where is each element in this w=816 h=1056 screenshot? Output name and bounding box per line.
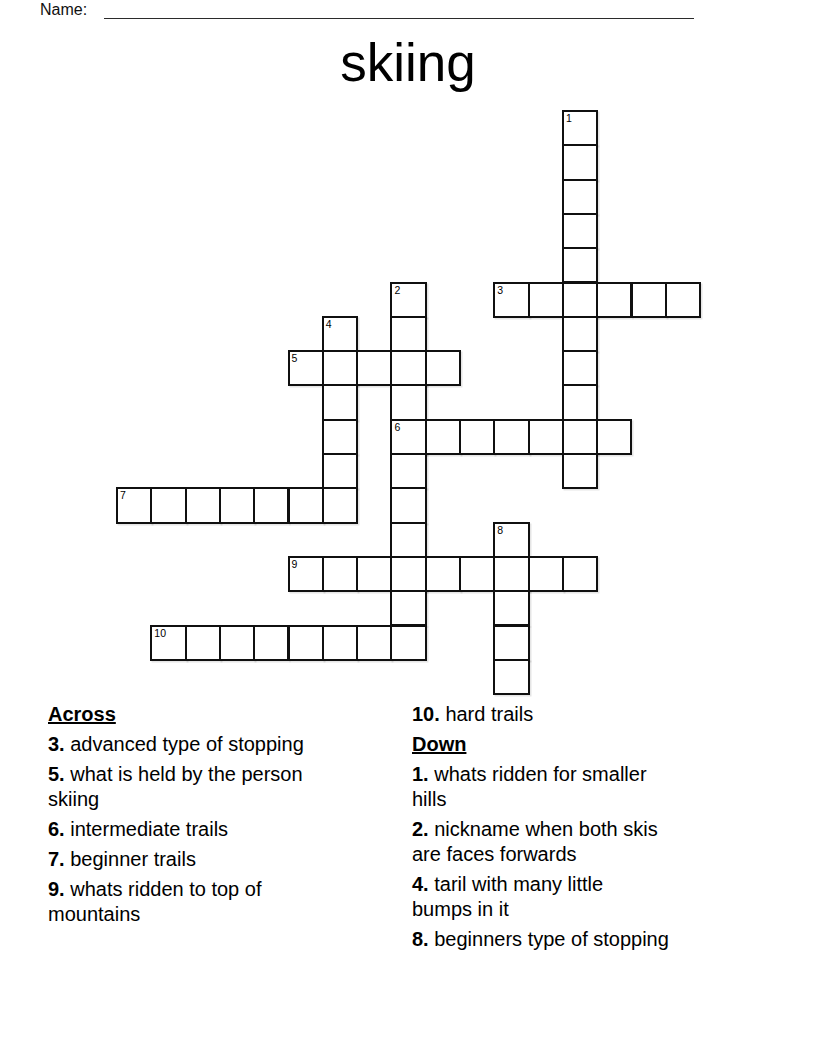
down-header: Down [412, 732, 764, 757]
clue-number: 9. [48, 878, 65, 900]
grid-cell[interactable] [185, 487, 221, 523]
clue-3-across: 3. advanced type of stopping [48, 732, 400, 757]
grid-cell[interactable] [562, 556, 598, 592]
grid-cell[interactable] [390, 487, 426, 523]
clue-number: 7. [48, 848, 65, 870]
name-label: Name: [40, 1, 87, 19]
grid-cell[interactable] [459, 556, 495, 592]
clue-5-across: 5. what is held by the person skiing [48, 762, 400, 812]
clue-text: beginners type of stopping [434, 928, 669, 950]
grid-cell[interactable] [493, 590, 529, 626]
clue-2-down: 2. nickname when both skis are faces for… [412, 817, 764, 867]
cell-number: 5 [292, 352, 298, 365]
clue-text: taril with many little bumps in it [412, 873, 603, 920]
clue-text: advanced type of stopping [70, 733, 304, 755]
grid-cell[interactable] [425, 350, 461, 386]
grid-cell[interactable]: 2 [390, 282, 426, 318]
grid-cell[interactable] [562, 316, 598, 352]
grid-cell[interactable] [185, 625, 221, 661]
clue-number: 1. [412, 763, 429, 785]
clue-8-down: 8. beginners type of stopping [412, 927, 764, 952]
grid-cell[interactable] [596, 282, 632, 318]
clue-text: intermediate trails [70, 818, 228, 840]
clue-text: what is held by the person skiing [48, 763, 303, 810]
grid-cell[interactable] [493, 659, 529, 695]
grid-cell[interactable] [322, 384, 358, 420]
cell-number: 6 [394, 421, 400, 434]
cell-number: 1 [566, 112, 572, 125]
grid-cell[interactable] [253, 625, 289, 661]
down-clues-column: 10. hard trails Down 1. whats ridden for… [412, 702, 764, 957]
grid-cell[interactable]: 8 [493, 522, 529, 558]
grid-cell[interactable] [562, 144, 598, 180]
grid-cell[interactable] [631, 282, 667, 318]
grid-cell[interactable] [425, 556, 461, 592]
clue-text: whats ridden for smaller hills [412, 763, 647, 810]
grid-cell[interactable] [562, 453, 598, 489]
page-title: skiing [0, 33, 816, 93]
clue-number: 3. [48, 733, 65, 755]
cell-number: 4 [326, 318, 332, 331]
grid-cell[interactable] [528, 419, 564, 455]
grid-cell[interactable]: 5 [288, 350, 324, 386]
across-clues-column: Across 3. advanced type of stopping 5. w… [48, 702, 400, 932]
grid-cell[interactable] [562, 419, 598, 455]
clue-text: hard trails [445, 703, 533, 725]
name-fill-line[interactable] [104, 2, 694, 19]
grid-cell[interactable] [390, 590, 426, 626]
clue-number: 4. [412, 873, 429, 895]
grid-cell[interactable] [322, 625, 358, 661]
clue-number: 6. [48, 818, 65, 840]
grid-cell[interactable] [390, 556, 426, 592]
clue-4-down: 4. taril with many little bumps in it [412, 872, 764, 922]
name-row: Name: [40, 0, 760, 22]
grid-cell[interactable] [219, 487, 255, 523]
clue-6-across: 6. intermediate trails [48, 817, 400, 842]
grid-cell[interactable] [150, 487, 186, 523]
grid-cell[interactable] [562, 282, 598, 318]
crossword-grid: 12345678910 [117, 111, 702, 696]
grid-cell[interactable]: 9 [288, 556, 324, 592]
grid-cell[interactable] [390, 316, 426, 352]
clue-10-across: 10. hard trails [412, 702, 764, 727]
grid-cell[interactable]: 6 [390, 419, 426, 455]
clue-number: 5. [48, 763, 65, 785]
grid-cell[interactable] [528, 282, 564, 318]
grid-cell[interactable] [562, 179, 598, 215]
grid-cell[interactable] [562, 350, 598, 386]
clue-9-across: 9. whats ridden to top of mountains [48, 877, 400, 927]
cell-number: 7 [120, 489, 126, 502]
grid-cell[interactable] [390, 453, 426, 489]
grid-cell[interactable] [459, 419, 495, 455]
clue-number: 2. [412, 818, 429, 840]
grid-cell[interactable]: 10 [150, 625, 186, 661]
cell-number: 2 [394, 284, 400, 297]
clue-1-down: 1. whats ridden for smaller hills [412, 762, 764, 812]
clue-number: 10. [412, 703, 440, 725]
grid-cell[interactable] [390, 522, 426, 558]
cell-number: 8 [497, 524, 503, 537]
cell-number: 3 [497, 284, 503, 297]
cell-number: 9 [292, 558, 298, 571]
grid-cell[interactable] [390, 384, 426, 420]
grid-cell[interactable] [322, 487, 358, 523]
grid-cell[interactable] [322, 556, 358, 592]
grid-cell[interactable] [390, 625, 426, 661]
grid-cell[interactable] [219, 625, 255, 661]
grid-cell[interactable]: 4 [322, 316, 358, 352]
grid-cell[interactable] [288, 625, 324, 661]
grid-cell[interactable] [493, 556, 529, 592]
clue-text: nickname when both skis are faces forwar… [412, 818, 658, 865]
across-header: Across [48, 702, 400, 727]
clue-7-across: 7. beginner trails [48, 847, 400, 872]
grid-cell[interactable] [596, 419, 632, 455]
grid-cell[interactable] [493, 419, 529, 455]
grid-cell[interactable] [390, 350, 426, 386]
grid-cell[interactable] [288, 487, 324, 523]
grid-cell[interactable]: 7 [116, 487, 152, 523]
grid-cell[interactable] [253, 487, 289, 523]
grid-cell[interactable] [665, 282, 701, 318]
grid-cell[interactable]: 3 [493, 282, 529, 318]
grid-cell[interactable]: 1 [562, 110, 598, 146]
grid-cell[interactable] [356, 625, 392, 661]
cell-number: 10 [154, 627, 166, 640]
grid-cell[interactable] [356, 556, 392, 592]
clue-text: whats ridden to top of mountains [48, 878, 261, 925]
grid-cell[interactable] [356, 350, 392, 386]
clue-text: beginner trails [70, 848, 196, 870]
grid-cell[interactable] [528, 556, 564, 592]
grid-cell[interactable] [562, 247, 598, 283]
grid-cell[interactable] [562, 213, 598, 249]
grid-cell[interactable] [322, 350, 358, 386]
grid-cell[interactable] [322, 419, 358, 455]
grid-cell[interactable] [425, 419, 461, 455]
clue-number: 8. [412, 928, 429, 950]
grid-cell[interactable] [562, 384, 598, 420]
grid-cell[interactable] [322, 453, 358, 489]
grid-cell[interactable] [493, 625, 529, 661]
